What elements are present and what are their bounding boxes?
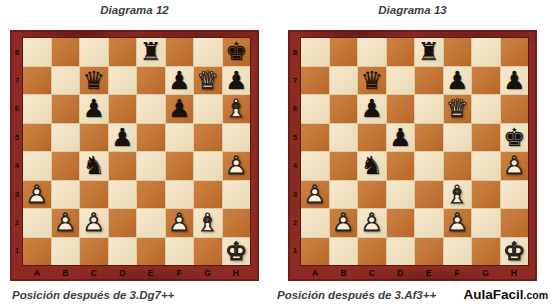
- square-h8: [501, 38, 529, 66]
- square-f5: [166, 124, 194, 152]
- square-c8: [80, 38, 108, 66]
- black-knight-c4: ♞: [358, 152, 386, 180]
- white-pawn-f2: ♟♙: [444, 209, 472, 237]
- square-a6: [23, 95, 51, 123]
- square-g3: [194, 181, 222, 209]
- square-h5: ♚: [501, 124, 529, 152]
- square-a7: [23, 67, 51, 95]
- square-f3: ♝♗: [444, 181, 472, 209]
- white-bishop-h6: ♝♗: [223, 95, 251, 123]
- aulafacil-logo: AulaFacil.com: [463, 285, 548, 303]
- square-d8: [387, 38, 415, 66]
- logo-suffix-text: .com: [523, 289, 548, 301]
- square-f8: [444, 38, 472, 66]
- square-h6: [501, 95, 529, 123]
- board-grid: ♜♛♟♟♟♛♕♟♚♞♟♙♟♙♝♗♟♙♟♙♟♙♚♔: [301, 38, 528, 265]
- black-queen-c7: ♛: [80, 67, 108, 95]
- square-h2: [501, 209, 529, 237]
- page: Diagrama 12 87654321 ♜♚♛♟♛♕♟♟♟♝♗♟♞♟♙♟♙♟♙…: [0, 0, 551, 307]
- board-grid: ♜♚♛♟♛♕♟♟♟♝♗♟♞♟♙♟♙♟♙♟♙♟♙♝♗♚♔: [23, 38, 250, 265]
- black-rook-e8: ♜: [415, 38, 443, 66]
- black-pawn-h7: ♟: [501, 67, 529, 95]
- white-pawn-f2: ♟♙: [166, 209, 194, 237]
- piece-outline: ♗: [194, 209, 222, 237]
- square-e2: [415, 209, 443, 237]
- square-a7: [301, 67, 329, 95]
- square-d1: [387, 238, 415, 266]
- square-d4: [109, 152, 137, 180]
- white-pawn-h4: ♟♙: [223, 152, 251, 180]
- square-h8: ♚: [223, 38, 251, 66]
- square-e6: [137, 95, 165, 123]
- square-d1: [109, 238, 137, 266]
- file-label-g: G: [471, 265, 499, 280]
- square-a1: [301, 238, 329, 266]
- square-d3: [387, 181, 415, 209]
- rank-label-7: 7: [11, 66, 23, 94]
- rank-label-5: 5: [289, 123, 301, 151]
- square-b4: [330, 152, 358, 180]
- square-c5: [358, 124, 386, 152]
- square-g4: [472, 152, 500, 180]
- chessboard-diagram-13: 87654321 ♜♛♟♟♟♛♕♟♚♞♟♙♟♙♝♗♟♙♟♙♟♙♚♔ ABCDEF…: [288, 30, 537, 281]
- square-h7: ♟: [501, 67, 529, 95]
- square-a2: [23, 209, 51, 237]
- square-f8: [166, 38, 194, 66]
- square-d6: [109, 95, 137, 123]
- black-pawn-f6: ♟: [166, 95, 194, 123]
- square-b2: ♟♙: [52, 209, 80, 237]
- piece-outline: ♙: [301, 181, 329, 209]
- white-pawn-b2: ♟♙: [330, 209, 358, 237]
- square-g8: [194, 38, 222, 66]
- square-f6: ♟: [166, 95, 194, 123]
- square-b7: [52, 67, 80, 95]
- square-f1: [166, 238, 194, 266]
- square-e3: [137, 181, 165, 209]
- black-pawn-c6: ♟: [358, 95, 386, 123]
- diagram-13-block: Diagrama 13 87654321 ♜♛♟♟♟♛♕♟♚♞♟♙♟♙♝♗♟♙♟…: [288, 3, 537, 301]
- square-e8: ♜: [137, 38, 165, 66]
- square-d7: [109, 67, 137, 95]
- black-pawn-d5: ♟: [387, 124, 415, 152]
- rank-label-3: 3: [289, 180, 301, 208]
- square-c6: ♟: [358, 95, 386, 123]
- square-h3: [223, 181, 251, 209]
- square-d6: [387, 95, 415, 123]
- square-g7: ♛♕: [194, 67, 222, 95]
- piece-outline: ♙: [80, 209, 108, 237]
- chessboard-diagram-12: 87654321 ♜♚♛♟♛♕♟♟♟♝♗♟♞♟♙♟♙♟♙♟♙♟♙♝♗♚♔ ABC…: [10, 30, 259, 281]
- white-pawn-c2: ♟♙: [358, 209, 386, 237]
- white-pawn-a3: ♟♙: [301, 181, 329, 209]
- black-rook-e8: ♜: [137, 38, 165, 66]
- square-b1: [52, 238, 80, 266]
- file-label-d: D: [386, 265, 414, 280]
- black-pawn-d5: ♟: [109, 124, 137, 152]
- file-label-g: G: [193, 265, 221, 280]
- piece-outline: ♔: [501, 238, 529, 266]
- square-g8: [472, 38, 500, 66]
- white-bishop-g2: ♝♗: [194, 209, 222, 237]
- square-d5: ♟: [387, 124, 415, 152]
- square-b2: ♟♙: [330, 209, 358, 237]
- file-labels: ABCDEFGH: [301, 265, 528, 280]
- square-c6: ♟: [80, 95, 108, 123]
- piece-outline: ♔: [223, 238, 251, 266]
- square-f7: ♟: [166, 67, 194, 95]
- piece-outline: ♗: [223, 95, 251, 123]
- square-e3: [415, 181, 443, 209]
- black-queen-c7: ♛: [358, 67, 386, 95]
- square-b6: [330, 95, 358, 123]
- square-c2: ♟♙: [80, 209, 108, 237]
- black-pawn-c6: ♟: [80, 95, 108, 123]
- piece-outline: ♙: [223, 152, 251, 180]
- square-b5: [330, 124, 358, 152]
- square-a1: [23, 238, 51, 266]
- square-b8: [52, 38, 80, 66]
- square-a6: [301, 95, 329, 123]
- square-c1: [80, 238, 108, 266]
- diagram-title: Diagrama 12: [10, 3, 259, 17]
- rank-labels: 87654321: [11, 38, 23, 265]
- file-label-b: B: [51, 265, 79, 280]
- rank-label-6: 6: [11, 95, 23, 123]
- square-h1: ♚♔: [223, 238, 251, 266]
- square-h7: ♟: [223, 67, 251, 95]
- square-b1: [330, 238, 358, 266]
- square-a4: [23, 152, 51, 180]
- diagram-title: Diagrama 13: [288, 3, 537, 17]
- piece-outline: ♙: [330, 209, 358, 237]
- file-label-a: A: [23, 265, 51, 280]
- square-h5: [223, 124, 251, 152]
- square-g6: [194, 95, 222, 123]
- square-f2: ♟♙: [166, 209, 194, 237]
- square-c3: [358, 181, 386, 209]
- square-g6: [472, 95, 500, 123]
- square-e1: [137, 238, 165, 266]
- file-label-c: C: [358, 265, 386, 280]
- piece-outline: ♙: [444, 209, 472, 237]
- file-label-e: E: [415, 265, 443, 280]
- square-c7: ♛: [80, 67, 108, 95]
- piece-outline: ♙: [166, 209, 194, 237]
- square-e2: [137, 209, 165, 237]
- rank-labels: 87654321: [289, 38, 301, 265]
- white-pawn-c2: ♟♙: [80, 209, 108, 237]
- white-pawn-h4: ♟♙: [501, 152, 529, 180]
- square-a8: [23, 38, 51, 66]
- square-c4: ♞: [358, 152, 386, 180]
- piece-outline: ♗: [444, 181, 472, 209]
- square-c4: ♞: [80, 152, 108, 180]
- square-h2: [223, 209, 251, 237]
- rank-label-4: 4: [289, 152, 301, 180]
- square-h4: ♟♙: [223, 152, 251, 180]
- rank-label-2: 2: [11, 208, 23, 236]
- square-b3: [52, 181, 80, 209]
- square-h1: ♚♔: [501, 238, 529, 266]
- square-c2: ♟♙: [358, 209, 386, 237]
- square-e4: [415, 152, 443, 180]
- white-king-h1: ♚♔: [223, 238, 251, 266]
- square-h6: ♝♗: [223, 95, 251, 123]
- square-g5: [194, 124, 222, 152]
- rank-label-6: 6: [289, 95, 301, 123]
- file-label-d: D: [108, 265, 136, 280]
- diagram-caption: Posición después de 3.Dg7++: [12, 289, 259, 301]
- black-pawn-f7: ♟: [166, 67, 194, 95]
- logo-main-text: AulaFacil: [463, 287, 523, 302]
- black-king-h8: ♚: [223, 38, 251, 66]
- file-label-c: C: [80, 265, 108, 280]
- white-queen-g7: ♛♕: [194, 67, 222, 95]
- square-c1: [358, 238, 386, 266]
- piece-outline: ♙: [52, 209, 80, 237]
- square-d2: [387, 209, 415, 237]
- piece-outline: ♕: [194, 67, 222, 95]
- piece-outline: ♙: [501, 152, 529, 180]
- file-label-f: F: [165, 265, 193, 280]
- file-labels: ABCDEFGH: [23, 265, 250, 280]
- square-a3: ♟♙: [301, 181, 329, 209]
- square-e7: [415, 67, 443, 95]
- file-label-h: H: [500, 265, 528, 280]
- file-label-f: F: [443, 265, 471, 280]
- file-label-e: E: [137, 265, 165, 280]
- white-pawn-b2: ♟♙: [52, 209, 80, 237]
- piece-outline: ♕: [444, 95, 472, 123]
- square-d3: [109, 181, 137, 209]
- square-f3: [166, 181, 194, 209]
- square-a5: [23, 124, 51, 152]
- square-e8: ♜: [415, 38, 443, 66]
- rank-label-3: 3: [11, 180, 23, 208]
- square-e6: [415, 95, 443, 123]
- file-label-a: A: [301, 265, 329, 280]
- square-g1: [472, 238, 500, 266]
- square-c3: [80, 181, 108, 209]
- black-pawn-f7: ♟: [444, 67, 472, 95]
- rank-label-1: 1: [289, 237, 301, 265]
- piece-outline: ♙: [23, 181, 51, 209]
- square-a5: [301, 124, 329, 152]
- rank-label-7: 7: [289, 66, 301, 94]
- square-f4: [166, 152, 194, 180]
- square-f2: ♟♙: [444, 209, 472, 237]
- square-a2: [301, 209, 329, 237]
- rank-label-4: 4: [11, 152, 23, 180]
- rank-label-8: 8: [11, 38, 23, 66]
- square-g2: [472, 209, 500, 237]
- square-h4: ♟♙: [501, 152, 529, 180]
- piece-outline: ♙: [358, 209, 386, 237]
- white-king-h1: ♚♔: [501, 238, 529, 266]
- square-g4: [194, 152, 222, 180]
- square-b7: [330, 67, 358, 95]
- square-d2: [109, 209, 137, 237]
- square-d4: [387, 152, 415, 180]
- white-pawn-a3: ♟♙: [23, 181, 51, 209]
- file-label-b: B: [329, 265, 357, 280]
- square-b4: [52, 152, 80, 180]
- square-a3: ♟♙: [23, 181, 51, 209]
- square-g2: ♝♗: [194, 209, 222, 237]
- square-g3: [472, 181, 500, 209]
- square-e1: [415, 238, 443, 266]
- square-d7: [387, 67, 415, 95]
- square-c7: ♛: [358, 67, 386, 95]
- square-g5: [472, 124, 500, 152]
- square-e5: [415, 124, 443, 152]
- square-c5: [80, 124, 108, 152]
- square-f6: ♛♕: [444, 95, 472, 123]
- black-knight-c4: ♞: [80, 152, 108, 180]
- square-h3: [501, 181, 529, 209]
- square-f5: [444, 124, 472, 152]
- white-bishop-f3: ♝♗: [444, 181, 472, 209]
- rank-label-8: 8: [289, 38, 301, 66]
- square-b6: [52, 95, 80, 123]
- rank-label-1: 1: [11, 237, 23, 265]
- square-a4: [301, 152, 329, 180]
- square-e5: [137, 124, 165, 152]
- file-label-h: H: [222, 265, 250, 280]
- white-queen-f6: ♛♕: [444, 95, 472, 123]
- square-g7: [472, 67, 500, 95]
- square-e4: [137, 152, 165, 180]
- rank-label-5: 5: [11, 123, 23, 151]
- square-a8: [301, 38, 329, 66]
- black-king-h5: ♚: [501, 124, 529, 152]
- diagram-12-block: Diagrama 12 87654321 ♜♚♛♟♛♕♟♟♟♝♗♟♞♟♙♟♙♟♙…: [10, 3, 259, 301]
- square-g1: [194, 238, 222, 266]
- square-f4: [444, 152, 472, 180]
- rank-label-2: 2: [289, 208, 301, 236]
- square-e7: [137, 67, 165, 95]
- square-f1: [444, 238, 472, 266]
- black-pawn-h7: ♟: [223, 67, 251, 95]
- square-c8: [358, 38, 386, 66]
- square-d5: ♟: [109, 124, 137, 152]
- square-b5: [52, 124, 80, 152]
- square-d8: [109, 38, 137, 66]
- square-b3: [330, 181, 358, 209]
- square-f7: ♟: [444, 67, 472, 95]
- square-b8: [330, 38, 358, 66]
